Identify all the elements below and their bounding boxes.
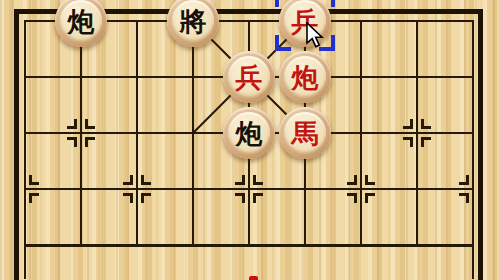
grid-hline	[24, 188, 474, 190]
piece-red-horse[interactable]: 馬	[279, 107, 331, 159]
marker-arm	[466, 175, 469, 185]
xiangqi-board[interactable]: 炮將兵兵炮炮馬	[0, 0, 499, 280]
piece-character: 炮	[236, 120, 263, 147]
grid-vline	[472, 20, 474, 279]
piece-face: 馬	[284, 112, 326, 154]
marker-arm	[354, 175, 357, 185]
piece-face: 將	[172, 0, 214, 42]
marker-arm	[141, 175, 144, 185]
marker-arm	[74, 137, 77, 147]
river-text-fragment	[249, 276, 258, 280]
marker-arm	[365, 175, 368, 185]
marker-arm	[421, 119, 424, 129]
selection-corner-bracket	[319, 0, 335, 7]
marker-arm	[130, 175, 133, 185]
piece-red-soldier[interactable]: 兵	[223, 51, 275, 103]
piece-black-cannon[interactable]: 炮	[223, 107, 275, 159]
piece-character: 將	[180, 8, 207, 35]
piece-red-cannon[interactable]: 炮	[279, 51, 331, 103]
marker-arm	[29, 175, 32, 185]
marker-arm	[29, 193, 32, 203]
marker-arm	[410, 119, 413, 129]
piece-character: 馬	[292, 120, 319, 147]
marker-arm	[141, 193, 144, 203]
piece-face: 炮	[228, 112, 270, 154]
marker-arm	[130, 193, 133, 203]
piece-character: 兵	[236, 64, 263, 91]
marker-arm	[253, 193, 256, 203]
marker-arm	[421, 137, 424, 147]
piece-character: 兵	[292, 8, 319, 35]
piece-face: 炮	[284, 56, 326, 98]
marker-arm	[242, 175, 245, 185]
piece-face: 兵	[284, 0, 326, 42]
piece-face: 兵	[228, 56, 270, 98]
marker-arm	[354, 193, 357, 203]
marker-arm	[466, 193, 469, 203]
marker-arm	[253, 175, 256, 185]
piece-character: 炮	[68, 8, 95, 35]
piece-character: 炮	[292, 64, 319, 91]
grid-vline	[24, 20, 26, 279]
marker-arm	[85, 137, 88, 147]
marker-arm	[365, 193, 368, 203]
marker-arm	[85, 119, 88, 129]
piece-face: 炮	[60, 0, 102, 42]
river-bank-line	[24, 244, 474, 247]
marker-arm	[410, 137, 413, 147]
marker-arm	[242, 193, 245, 203]
marker-arm	[74, 119, 77, 129]
